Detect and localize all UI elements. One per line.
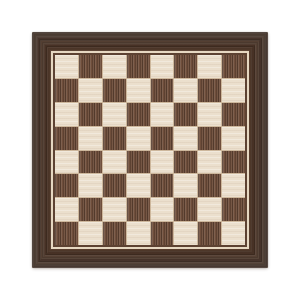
square-b4[interactable]	[79, 151, 102, 174]
square-e3[interactable]	[151, 174, 174, 197]
square-g5[interactable]	[198, 127, 221, 150]
square-d7[interactable]	[127, 79, 150, 102]
square-d5[interactable]	[127, 127, 150, 150]
square-g1[interactable]	[198, 222, 221, 245]
square-a4[interactable]	[55, 151, 78, 174]
square-g8[interactable]	[198, 55, 221, 78]
square-h4[interactable]	[222, 151, 245, 174]
square-g4[interactable]	[198, 151, 221, 174]
square-h2[interactable]	[222, 198, 245, 221]
chess-board	[32, 32, 268, 268]
frame-bottom-rail	[32, 247, 268, 268]
square-f4[interactable]	[174, 151, 197, 174]
square-a7[interactable]	[55, 79, 78, 102]
square-b7[interactable]	[79, 79, 102, 102]
frame-right-rail	[247, 32, 268, 268]
square-f3[interactable]	[174, 174, 197, 197]
square-c4[interactable]	[103, 151, 126, 174]
playing-field	[55, 55, 245, 245]
square-h7[interactable]	[222, 79, 245, 102]
square-a2[interactable]	[55, 198, 78, 221]
square-c6[interactable]	[103, 103, 126, 126]
frame-left-rail	[32, 32, 53, 268]
square-b2[interactable]	[79, 198, 102, 221]
square-c1[interactable]	[103, 222, 126, 245]
square-c8[interactable]	[103, 55, 126, 78]
square-f8[interactable]	[174, 55, 197, 78]
square-a5[interactable]	[55, 127, 78, 150]
square-f5[interactable]	[174, 127, 197, 150]
square-g3[interactable]	[198, 174, 221, 197]
square-d4[interactable]	[127, 151, 150, 174]
square-a6[interactable]	[55, 103, 78, 126]
frame-top-rail	[32, 32, 268, 53]
square-d6[interactable]	[127, 103, 150, 126]
square-h5[interactable]	[222, 127, 245, 150]
square-b1[interactable]	[79, 222, 102, 245]
square-a1[interactable]	[55, 222, 78, 245]
square-b6[interactable]	[79, 103, 102, 126]
square-f2[interactable]	[174, 198, 197, 221]
square-c7[interactable]	[103, 79, 126, 102]
square-c5[interactable]	[103, 127, 126, 150]
square-h1[interactable]	[222, 222, 245, 245]
square-d3[interactable]	[127, 174, 150, 197]
square-d2[interactable]	[127, 198, 150, 221]
square-g2[interactable]	[198, 198, 221, 221]
square-a8[interactable]	[55, 55, 78, 78]
square-c2[interactable]	[103, 198, 126, 221]
square-f7[interactable]	[174, 79, 197, 102]
square-b5[interactable]	[79, 127, 102, 150]
page-background	[0, 0, 300, 300]
square-e6[interactable]	[151, 103, 174, 126]
square-e7[interactable]	[151, 79, 174, 102]
square-e1[interactable]	[151, 222, 174, 245]
square-g6[interactable]	[198, 103, 221, 126]
square-c3[interactable]	[103, 174, 126, 197]
square-b8[interactable]	[79, 55, 102, 78]
square-a3[interactable]	[55, 174, 78, 197]
square-g7[interactable]	[198, 79, 221, 102]
square-d8[interactable]	[127, 55, 150, 78]
square-h6[interactable]	[222, 103, 245, 126]
square-h3[interactable]	[222, 174, 245, 197]
square-h8[interactable]	[222, 55, 245, 78]
square-e2[interactable]	[151, 198, 174, 221]
square-e5[interactable]	[151, 127, 174, 150]
square-d1[interactable]	[127, 222, 150, 245]
square-f1[interactable]	[174, 222, 197, 245]
square-b3[interactable]	[79, 174, 102, 197]
square-f6[interactable]	[174, 103, 197, 126]
square-e8[interactable]	[151, 55, 174, 78]
square-e4[interactable]	[151, 151, 174, 174]
